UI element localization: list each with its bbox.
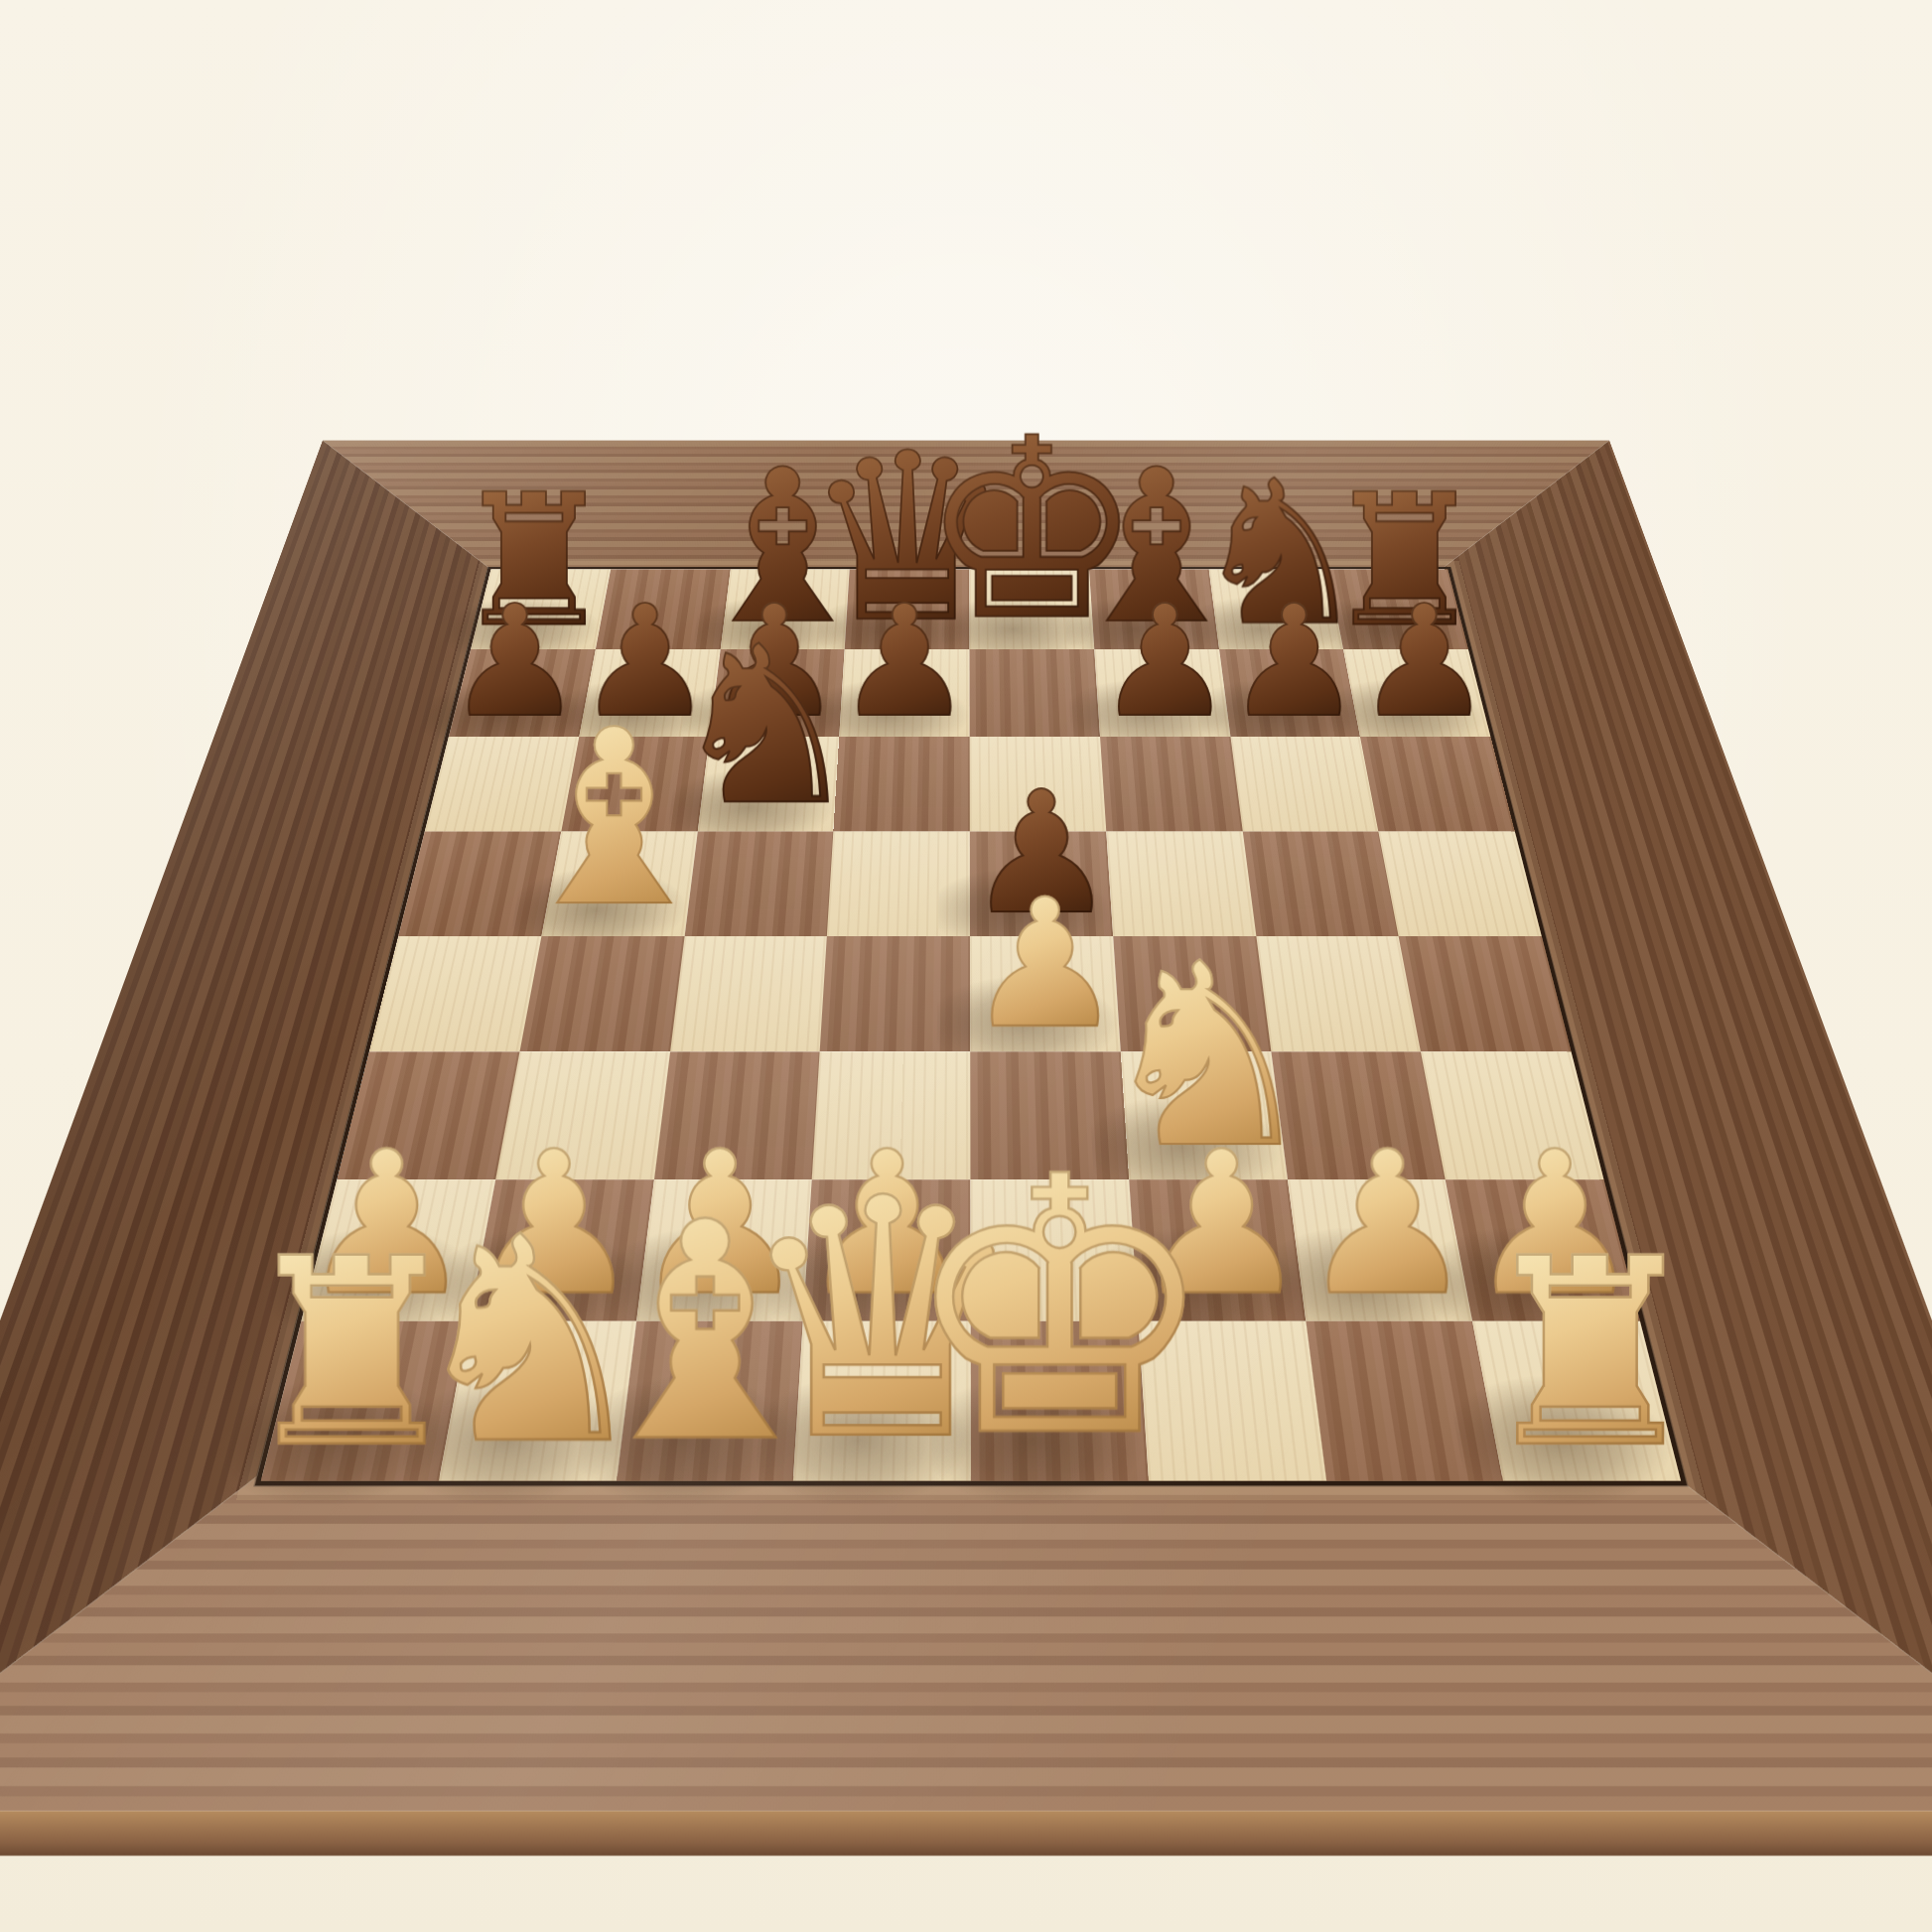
square-c5[interactable] xyxy=(684,832,833,936)
square-d4[interactable] xyxy=(820,936,970,1051)
square-a3[interactable] xyxy=(338,1051,520,1179)
square-d2[interactable]: ♟ xyxy=(803,1179,971,1321)
chessboard-scene: ♜♝♛♚♝♞♜♟♟♟♟♟♟♟♞♝♟♟♞♟♟♟♟♟♟♟♜♞♝♛♚♜ xyxy=(142,109,1790,1757)
square-h6[interactable] xyxy=(1360,737,1515,832)
square-a8[interactable]: ♜ xyxy=(471,569,611,649)
piece-shadow xyxy=(1446,1373,1691,1504)
chessboard: ♜♝♛♚♝♞♜♟♟♟♟♟♟♟♞♝♟♟♞♟♟♟♟♟♟♟♜♞♝♛♚♜ xyxy=(0,441,1932,1811)
square-b3[interactable] xyxy=(495,1051,670,1179)
square-e6[interactable] xyxy=(970,737,1106,832)
square-a4[interactable] xyxy=(369,936,541,1051)
square-f5[interactable] xyxy=(1106,832,1256,936)
square-h4[interactable] xyxy=(1399,936,1572,1051)
square-h3[interactable] xyxy=(1421,1051,1603,1179)
board-bevel-edge xyxy=(0,1811,1932,1856)
square-d7[interactable]: ♟ xyxy=(839,649,969,737)
square-e5[interactable]: ♟ xyxy=(970,832,1113,936)
square-h8[interactable]: ♜ xyxy=(1328,569,1468,649)
square-f6[interactable] xyxy=(1100,737,1243,832)
product-photo-stage: ♜♝♛♚♝♞♜♟♟♟♟♟♟♟♞♝♟♟♞♟♟♟♟♟♟♟♜♞♝♛♚♜ xyxy=(0,0,1932,1932)
square-e1[interactable]: ♚ xyxy=(971,1321,1149,1481)
square-g5[interactable] xyxy=(1242,832,1398,936)
square-b5[interactable]: ♝ xyxy=(541,832,697,936)
square-a6[interactable] xyxy=(425,737,579,832)
square-c4[interactable] xyxy=(670,936,827,1051)
square-f1[interactable] xyxy=(1138,1321,1325,1481)
square-b4[interactable] xyxy=(519,936,684,1051)
piece-shadow xyxy=(931,1373,1154,1504)
square-f3[interactable]: ♞ xyxy=(1121,1051,1288,1179)
square-c3[interactable] xyxy=(653,1051,819,1179)
square-d3[interactable] xyxy=(812,1051,970,1179)
square-e4[interactable]: ♟ xyxy=(970,936,1121,1051)
playing-area: ♜♝♛♚♝♞♜♟♟♟♟♟♟♟♞♝♟♟♞♟♟♟♟♟♟♟♜♞♝♛♚♜ xyxy=(255,567,1688,1485)
square-h2[interactable]: ♟ xyxy=(1446,1179,1640,1321)
square-g3[interactable] xyxy=(1271,1051,1446,1179)
square-d6[interactable] xyxy=(834,737,970,832)
square-h5[interactable] xyxy=(1379,832,1542,936)
square-g4[interactable] xyxy=(1256,936,1421,1051)
square-c6[interactable]: ♞ xyxy=(697,737,839,832)
square-f4[interactable] xyxy=(1113,936,1271,1051)
square-h1[interactable]: ♜ xyxy=(1472,1321,1681,1481)
square-g6[interactable] xyxy=(1230,737,1379,832)
